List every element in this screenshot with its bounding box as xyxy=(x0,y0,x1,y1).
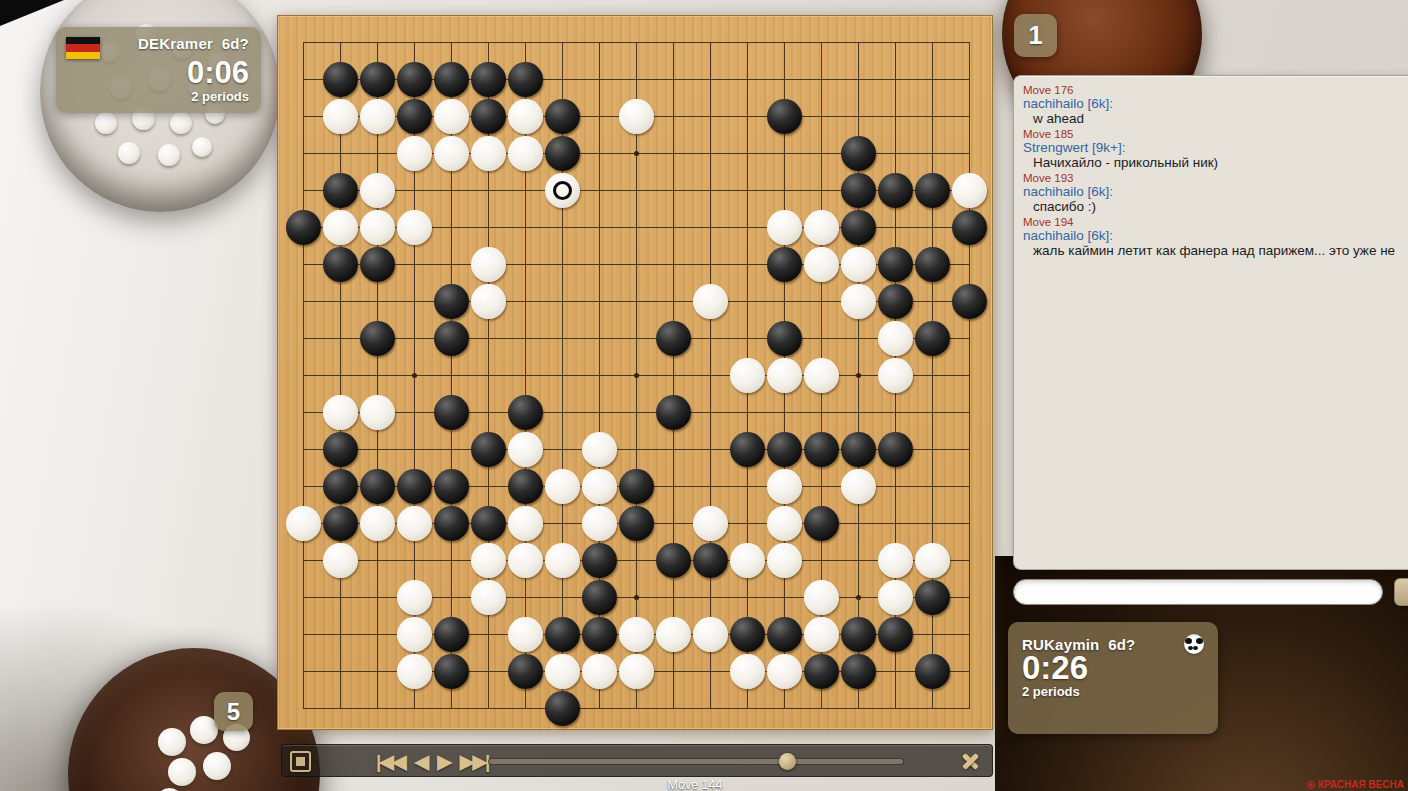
stone-black xyxy=(767,617,802,652)
stone-black xyxy=(508,395,543,430)
stone-white xyxy=(841,284,876,319)
stone-white xyxy=(730,654,765,689)
chat-move-number: Move 176 xyxy=(1023,84,1408,96)
stone-black xyxy=(841,210,876,245)
stone-white xyxy=(397,210,432,245)
stone-white xyxy=(619,617,654,652)
stone-black xyxy=(323,173,358,208)
chat-username: Strengwert [9k+]: xyxy=(1023,140,1408,155)
stone-white xyxy=(952,173,987,208)
stone-white xyxy=(767,506,802,541)
black-player-panel: RUKaymin 6d? 0:26 2 periods xyxy=(1008,622,1218,734)
goban-stones xyxy=(285,24,988,727)
stone-black xyxy=(767,321,802,356)
germany-flag-icon xyxy=(66,37,100,59)
stone-white xyxy=(360,99,395,134)
nav-next-move-button[interactable]: ▶ xyxy=(433,745,454,778)
stone-black xyxy=(656,395,691,430)
stone-black xyxy=(545,136,580,171)
chat-username: nachihailo [6k]: xyxy=(1023,228,1408,243)
stone-black xyxy=(619,506,654,541)
stone-black xyxy=(656,543,691,578)
stone-black xyxy=(471,99,506,134)
stone-white xyxy=(619,654,654,689)
stone-black xyxy=(841,654,876,689)
stone-white xyxy=(730,543,765,578)
stone-white xyxy=(767,358,802,393)
chat-send-button[interactable] xyxy=(1394,578,1408,606)
stone-black xyxy=(915,580,950,615)
stone-white xyxy=(693,284,728,319)
stone-black xyxy=(804,506,839,541)
stone-black xyxy=(878,284,913,319)
black-player-clock: 0:26 xyxy=(1022,652,1204,684)
stone-white xyxy=(656,617,691,652)
chat-text: жаль каймин летит как фанера над парижем… xyxy=(1023,243,1408,258)
stone-white xyxy=(545,469,580,504)
chat-panel[interactable]: Move 176nachihailo [6k]:w aheadMove 185S… xyxy=(1013,75,1408,570)
stone-white xyxy=(508,506,543,541)
stone-white xyxy=(360,506,395,541)
stone-black xyxy=(656,321,691,356)
stone-white xyxy=(767,654,802,689)
chat-message: Move 185Strengwert [9k+]:Начихайло - при… xyxy=(1023,128,1408,170)
black-captures-badge: 5 xyxy=(214,692,253,731)
stone-black xyxy=(434,395,469,430)
stone-white xyxy=(878,321,913,356)
stone-black xyxy=(545,691,580,726)
stone-white xyxy=(434,136,469,171)
stone-white xyxy=(582,469,617,504)
stone-black xyxy=(841,432,876,467)
stone-white xyxy=(508,432,543,467)
player-avatar-icon xyxy=(1184,634,1204,654)
stone-white xyxy=(471,580,506,615)
stone-white xyxy=(323,395,358,430)
stone-white xyxy=(767,210,802,245)
stone-black xyxy=(508,654,543,689)
chat-input[interactable] xyxy=(1013,579,1383,605)
stone-black xyxy=(434,321,469,356)
stone-black xyxy=(360,469,395,504)
stone-white xyxy=(582,654,617,689)
stone-white xyxy=(619,99,654,134)
stone-black xyxy=(434,654,469,689)
stone-black xyxy=(397,99,432,134)
stone-black xyxy=(434,617,469,652)
captured-white-stone xyxy=(203,752,231,780)
stone-black xyxy=(582,617,617,652)
stone-black xyxy=(952,284,987,319)
captured-white-stone xyxy=(168,758,196,786)
stone-white xyxy=(841,469,876,504)
stone-white xyxy=(360,210,395,245)
stone-white xyxy=(915,543,950,578)
stone-white xyxy=(471,284,506,319)
chat-text: w ahead xyxy=(1023,111,1408,126)
stone-white xyxy=(360,395,395,430)
stone-white xyxy=(730,358,765,393)
tools-icon[interactable] xyxy=(959,750,982,773)
stone-white xyxy=(693,506,728,541)
goban[interactable] xyxy=(277,15,993,730)
stone-white xyxy=(397,580,432,615)
white-captures-badge: 1 xyxy=(1014,14,1057,57)
stone-white xyxy=(508,136,543,171)
chat-text: спасибо :) xyxy=(1023,199,1408,214)
stone-white xyxy=(878,358,913,393)
stone-black xyxy=(915,321,950,356)
stone-black xyxy=(434,469,469,504)
move-number-label: Move 144 xyxy=(487,778,903,791)
chat-username: nachihailo [6k]: xyxy=(1023,96,1408,111)
stone-white xyxy=(323,543,358,578)
captured-stone-photo xyxy=(95,112,117,134)
watermark-logo-icon xyxy=(1307,781,1315,789)
stone-black xyxy=(323,62,358,97)
stone-white-last-move xyxy=(545,173,580,208)
stone-white xyxy=(397,654,432,689)
chat-text: Начихайло - прикольный ник) xyxy=(1023,155,1408,170)
stone-black xyxy=(471,506,506,541)
stone-white xyxy=(804,580,839,615)
stone-white xyxy=(508,543,543,578)
stone-black xyxy=(841,173,876,208)
stone-white xyxy=(804,358,839,393)
stone-black xyxy=(582,543,617,578)
stone-black xyxy=(434,506,469,541)
captured-stone-photo xyxy=(158,144,180,166)
stone-black xyxy=(767,247,802,282)
stone-white xyxy=(397,136,432,171)
stone-black xyxy=(360,247,395,282)
stone-black xyxy=(915,654,950,689)
stone-black xyxy=(508,62,543,97)
stone-black xyxy=(730,617,765,652)
stone-white xyxy=(508,99,543,134)
stone-white xyxy=(508,617,543,652)
stone-black xyxy=(841,617,876,652)
stone-white xyxy=(471,247,506,282)
move-slider-thumb[interactable] xyxy=(779,753,796,770)
white-player-periods: 2 periods xyxy=(66,89,249,104)
white-player-panel: DEKramer 6d? 0:06 2 periods xyxy=(56,27,261,113)
stone-white xyxy=(545,543,580,578)
stone-black xyxy=(434,284,469,319)
stone-black xyxy=(730,432,765,467)
stone-black xyxy=(360,321,395,356)
stone-black xyxy=(323,469,358,504)
stone-white xyxy=(841,247,876,282)
photo-corner-edge xyxy=(0,0,64,26)
stone-black xyxy=(397,62,432,97)
stone-black xyxy=(545,99,580,134)
stone-white xyxy=(545,654,580,689)
stone-white xyxy=(397,617,432,652)
stone-black xyxy=(323,247,358,282)
stone-white xyxy=(323,99,358,134)
stone-white xyxy=(286,506,321,541)
game-screen: DEKramer 6d? 0:06 2 periods 1 5 Move 176… xyxy=(0,0,1408,791)
stone-white xyxy=(804,210,839,245)
stone-white xyxy=(471,136,506,171)
move-slider[interactable] xyxy=(488,758,904,765)
black-player-periods: 2 periods xyxy=(1022,684,1204,699)
stone-black xyxy=(323,432,358,467)
stone-white xyxy=(804,617,839,652)
stone-black xyxy=(878,617,913,652)
stone-black xyxy=(360,62,395,97)
stone-black xyxy=(508,469,543,504)
stone-white xyxy=(360,173,395,208)
stone-black xyxy=(878,432,913,467)
chat-move-number: Move 185 xyxy=(1023,128,1408,140)
chat-message: Move 176nachihailo [6k]:w ahead xyxy=(1023,84,1408,126)
stone-black xyxy=(804,654,839,689)
stone-white xyxy=(434,99,469,134)
stone-black xyxy=(397,469,432,504)
nav-last-move-button[interactable]: ▶▶| xyxy=(456,745,493,778)
stone-black xyxy=(471,432,506,467)
stone-white xyxy=(804,247,839,282)
nav-prev-move-button[interactable]: ◀ xyxy=(411,745,432,778)
stone-black xyxy=(323,506,358,541)
chat-move-number: Move 194 xyxy=(1023,216,1408,228)
stone-white xyxy=(582,506,617,541)
stone-black xyxy=(582,580,617,615)
stone-black xyxy=(915,247,950,282)
captured-stone-photo xyxy=(170,112,192,134)
stone-white xyxy=(767,543,802,578)
stone-white xyxy=(693,617,728,652)
captured-white-stone xyxy=(158,728,186,756)
stone-black xyxy=(471,62,506,97)
stone-black xyxy=(693,543,728,578)
chat-username: nachihailo [6k]: xyxy=(1023,184,1408,199)
stone-white xyxy=(767,469,802,504)
stone-white xyxy=(397,506,432,541)
stone-white xyxy=(323,210,358,245)
stone-black xyxy=(545,617,580,652)
stone-black xyxy=(804,432,839,467)
stone-black xyxy=(767,99,802,134)
stone-black xyxy=(878,247,913,282)
stone-white xyxy=(878,580,913,615)
stone-white xyxy=(471,543,506,578)
game-control-bar: |◀◀ ◀ ▶ ▶▶| xyxy=(281,744,993,777)
white-player-clock: 0:06 xyxy=(66,57,249,89)
chat-move-number: Move 193 xyxy=(1023,172,1408,184)
nav-first-move-button[interactable]: |◀◀ xyxy=(372,745,409,778)
watermark: КРАСНАЯ ВЕСНА xyxy=(1307,779,1404,790)
stone-black xyxy=(767,432,802,467)
captured-stone-photo xyxy=(192,137,212,157)
captured-stone-photo xyxy=(118,142,140,164)
stone-white xyxy=(878,543,913,578)
fullscreen-icon[interactable] xyxy=(290,751,311,772)
stone-black xyxy=(286,210,321,245)
stone-black xyxy=(434,62,469,97)
stone-black xyxy=(841,136,876,171)
stone-white xyxy=(582,432,617,467)
white-player-name: DEKramer 6d? xyxy=(100,35,249,52)
stone-black xyxy=(878,173,913,208)
chat-message: Move 194nachihailo [6k]:жаль каймин лети… xyxy=(1023,216,1408,258)
stone-black xyxy=(952,210,987,245)
stone-black xyxy=(915,173,950,208)
stone-black xyxy=(619,469,654,504)
chat-message: Move 193nachihailo [6k]:спасибо :) xyxy=(1023,172,1408,214)
